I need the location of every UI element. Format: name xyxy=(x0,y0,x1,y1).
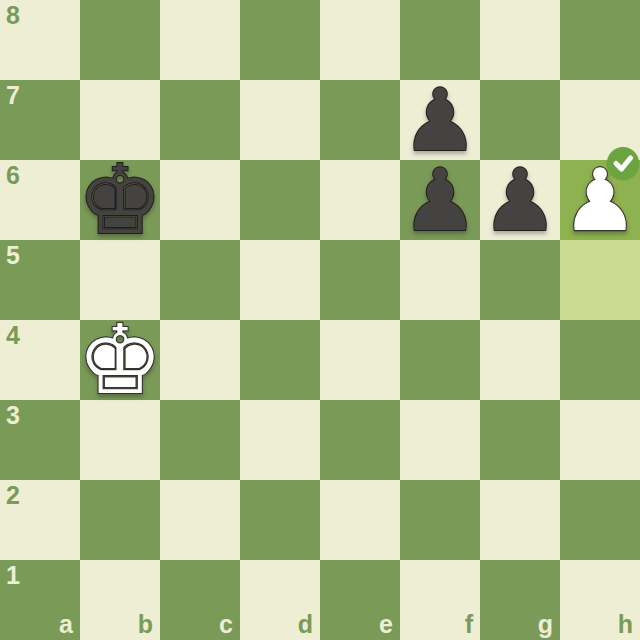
square-f1[interactable]: f xyxy=(400,560,480,640)
square-c6[interactable] xyxy=(160,160,240,240)
square-d3[interactable] xyxy=(240,400,320,480)
square-f2[interactable] xyxy=(400,480,480,560)
rank-label-7: 7 xyxy=(6,83,20,108)
square-c1[interactable]: c xyxy=(160,560,240,640)
square-e8[interactable] xyxy=(320,0,400,80)
square-b4[interactable]: ♚ xyxy=(80,320,160,400)
square-a5[interactable]: 5 xyxy=(0,240,80,320)
square-a3[interactable]: 3 xyxy=(0,400,80,480)
black-pawn-f7[interactable]: ♟ xyxy=(401,80,478,160)
square-f8[interactable] xyxy=(400,0,480,80)
square-g1[interactable]: g xyxy=(480,560,560,640)
square-g5[interactable] xyxy=(480,240,560,320)
square-g7[interactable] xyxy=(480,80,560,160)
square-h5[interactable] xyxy=(560,240,640,320)
square-h4[interactable] xyxy=(560,320,640,400)
file-label-b: b xyxy=(138,612,153,637)
square-e2[interactable] xyxy=(320,480,400,560)
square-c8[interactable] xyxy=(160,0,240,80)
square-h1[interactable]: h xyxy=(560,560,640,640)
correct-move-badge xyxy=(607,147,639,179)
square-e3[interactable] xyxy=(320,400,400,480)
square-h6[interactable]: ♟ xyxy=(560,160,640,240)
square-g4[interactable] xyxy=(480,320,560,400)
square-b6[interactable]: ♚ xyxy=(80,160,160,240)
square-a6[interactable]: 6 xyxy=(0,160,80,240)
square-h3[interactable] xyxy=(560,400,640,480)
square-f3[interactable] xyxy=(400,400,480,480)
square-c5[interactable] xyxy=(160,240,240,320)
rank-label-3: 3 xyxy=(6,403,20,428)
square-d5[interactable] xyxy=(240,240,320,320)
square-g3[interactable] xyxy=(480,400,560,480)
file-label-c: c xyxy=(219,612,233,637)
square-f4[interactable] xyxy=(400,320,480,400)
square-d6[interactable] xyxy=(240,160,320,240)
rank-label-6: 6 xyxy=(6,163,20,188)
square-b2[interactable] xyxy=(80,480,160,560)
square-a8[interactable]: 8 xyxy=(0,0,80,80)
rank-label-1: 1 xyxy=(6,563,20,588)
square-e6[interactable] xyxy=(320,160,400,240)
rank-label-5: 5 xyxy=(6,243,20,268)
square-b1[interactable]: b xyxy=(80,560,160,640)
check-icon xyxy=(607,147,639,179)
file-label-a: a xyxy=(59,612,73,637)
square-h8[interactable] xyxy=(560,0,640,80)
file-label-g: g xyxy=(538,612,553,637)
square-e7[interactable] xyxy=(320,80,400,160)
black-king-b6[interactable]: ♚ xyxy=(77,160,163,240)
file-label-f: f xyxy=(465,612,473,637)
square-d8[interactable] xyxy=(240,0,320,80)
square-d1[interactable]: d xyxy=(240,560,320,640)
square-f6[interactable]: ♟ xyxy=(400,160,480,240)
square-d2[interactable] xyxy=(240,480,320,560)
square-e4[interactable] xyxy=(320,320,400,400)
file-label-d: d xyxy=(298,612,313,637)
chess-board: 87♟6♚♟♟♟54♚321abcdefgh xyxy=(0,0,640,640)
square-a4[interactable]: 4 xyxy=(0,320,80,400)
square-b8[interactable] xyxy=(80,0,160,80)
square-e5[interactable] xyxy=(320,240,400,320)
square-d4[interactable] xyxy=(240,320,320,400)
square-e1[interactable]: e xyxy=(320,560,400,640)
square-f5[interactable] xyxy=(400,240,480,320)
square-d7[interactable] xyxy=(240,80,320,160)
square-a7[interactable]: 7 xyxy=(0,80,80,160)
square-g2[interactable] xyxy=(480,480,560,560)
square-g8[interactable] xyxy=(480,0,560,80)
square-h2[interactable] xyxy=(560,480,640,560)
file-label-e: e xyxy=(379,612,393,637)
file-label-h: h xyxy=(618,612,633,637)
rank-label-2: 2 xyxy=(6,483,20,508)
square-a1[interactable]: 1a xyxy=(0,560,80,640)
square-c7[interactable] xyxy=(160,80,240,160)
square-a2[interactable]: 2 xyxy=(0,480,80,560)
square-c3[interactable] xyxy=(160,400,240,480)
square-f7[interactable]: ♟ xyxy=(400,80,480,160)
rank-label-4: 4 xyxy=(6,323,20,348)
black-pawn-g6[interactable]: ♟ xyxy=(481,160,558,240)
black-pawn-f6[interactable]: ♟ xyxy=(401,160,478,240)
rank-label-8: 8 xyxy=(6,3,20,28)
white-king-b4[interactable]: ♚ xyxy=(77,320,163,400)
square-c2[interactable] xyxy=(160,480,240,560)
square-c4[interactable] xyxy=(160,320,240,400)
square-g6[interactable]: ♟ xyxy=(480,160,560,240)
